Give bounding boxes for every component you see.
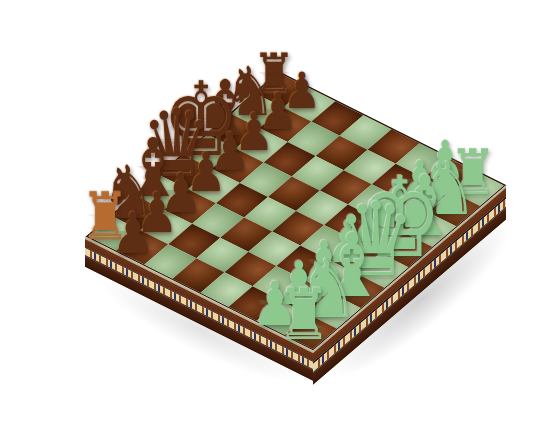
chess-set-photo: ♜♞♝♛♚♝♞♜♟♟♟♟♟♟♟♟♟♟♟♟♟♟♟♟♜♞♝♛♚♝♞♜: [0, 0, 549, 425]
